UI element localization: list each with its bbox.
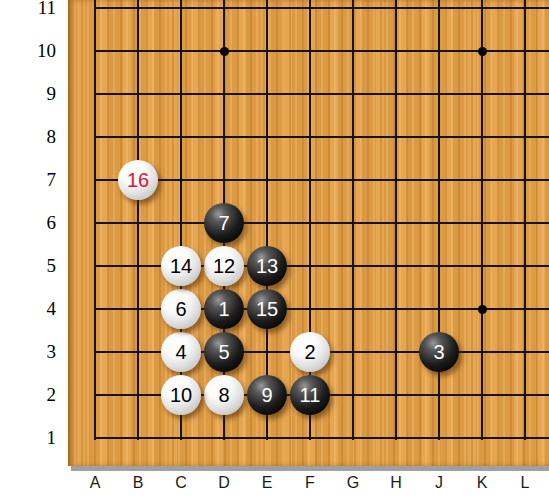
grid-line-v [309,0,311,440]
row-label-1: 1 [0,427,56,449]
grid-line-v [352,0,354,440]
star-point-K10 [478,47,487,56]
stone-number: 1 [218,299,229,319]
stone-number: 15 [256,299,278,319]
stone-white-10[interactable]: 10 [161,375,201,415]
stone-number: 8 [218,385,229,405]
stone-black-5[interactable]: 5 [204,332,244,372]
stone-black-13[interactable]: 13 [247,246,287,286]
go-board[interactable]: 12345678910111213141516 [0,0,549,497]
grid-line-v [137,0,139,440]
row-label-7: 7 [0,169,56,191]
stone-number: 2 [304,342,315,362]
grid-line-v [94,0,96,440]
stone-number: 16 [127,170,149,190]
stone-number: 5 [218,342,229,362]
column-label-B: B [117,472,159,494]
stone-number: 3 [433,342,444,362]
stone-black-9[interactable]: 9 [247,375,287,415]
stone-white-8[interactable]: 8 [204,375,244,415]
grid-line-h [94,437,549,439]
star-point-K4 [478,305,487,314]
stone-black-15[interactable]: 15 [247,289,287,329]
column-label-H: H [375,472,417,494]
stone-number: 13 [256,256,278,276]
stone-number: 6 [175,299,186,319]
stone-number: 10 [170,385,192,405]
star-point-D10 [220,47,229,56]
grid-line-v [180,0,182,440]
stone-white-16[interactable]: 16 [118,160,158,200]
grid-line-v [266,0,268,440]
grid-line-v [395,0,397,440]
row-label-9: 9 [0,83,56,105]
stone-number: 12 [213,256,235,276]
stone-number: 11 [300,385,321,405]
stone-white-4[interactable]: 4 [161,332,201,372]
column-label-E: E [246,472,288,494]
column-label-K: K [461,472,503,494]
grid-line-v [481,0,483,440]
stone-white-12[interactable]: 12 [204,246,244,286]
row-label-2: 2 [0,384,56,406]
column-label-G: G [332,472,374,494]
column-label-A: A [74,472,116,494]
column-label-F: F [289,472,331,494]
row-label-3: 3 [0,341,56,363]
row-label-10: 10 [0,40,56,62]
column-label-D: D [203,472,245,494]
stone-black-1[interactable]: 1 [204,289,244,329]
go-diagram: 12345678910111213141516 1110987654321 AB… [0,0,549,497]
stone-number: 4 [175,342,186,362]
stone-black-11[interactable]: 11 [290,375,330,415]
column-label-J: J [418,472,460,494]
row-label-4: 4 [0,298,56,320]
stone-white-14[interactable]: 14 [161,246,201,286]
stone-white-2[interactable]: 2 [290,332,330,372]
row-label-6: 6 [0,212,56,234]
stone-number: 9 [261,385,272,405]
stone-number: 7 [218,213,229,233]
column-label-C: C [160,472,202,494]
stone-black-7[interactable]: 7 [204,203,244,243]
stone-number: 14 [170,256,192,276]
grid-line-v [438,0,440,440]
column-label-L: L [504,472,546,494]
row-label-8: 8 [0,126,56,148]
row-label-5: 5 [0,255,56,277]
grid-line-v [524,0,526,440]
row-label-11: 11 [0,0,56,19]
stone-white-6[interactable]: 6 [161,289,201,329]
stone-black-3[interactable]: 3 [419,332,459,372]
